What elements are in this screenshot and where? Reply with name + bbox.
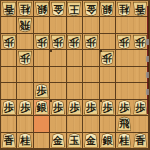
- piece-gote-pawn[interactable]: 歩: [67, 34, 81, 49]
- cell-2h[interactable]: 飛: [116, 116, 132, 132]
- cell-9b[interactable]: [1, 17, 17, 33]
- piece-kanji: 金: [85, 2, 98, 16]
- piece-sente-pawn[interactable]: 歩: [2, 100, 16, 115]
- piece-sente-lance[interactable]: 香: [2, 133, 16, 148]
- cell-5f[interactable]: [67, 83, 83, 99]
- piece-sente-pawn[interactable]: 歩: [51, 100, 65, 115]
- shogi-board: 香桂銀金王金銀桂香飛歩歩歩歩歩歩歩歩歩歩歩歩銀歩歩歩歩歩歩飛香桂金玉金銀桂香: [0, 0, 150, 150]
- cell-8g[interactable]: 歩: [17, 100, 33, 116]
- cell-3f[interactable]: [100, 83, 116, 99]
- cell-6d[interactable]: [50, 50, 66, 66]
- cell-7c[interactable]: 歩: [34, 34, 50, 50]
- cell-6f[interactable]: [50, 83, 66, 99]
- piece-gote-king[interactable]: 王: [67, 1, 81, 16]
- piece-gote-pawn[interactable]: 歩: [2, 34, 16, 49]
- cell-5b[interactable]: [67, 17, 83, 33]
- rank-coordinate-fragment: [146, 72, 149, 78]
- cell-6a[interactable]: 金: [50, 1, 66, 17]
- cell-6c[interactable]: 歩: [50, 34, 66, 50]
- cell-6g[interactable]: 歩: [50, 100, 66, 116]
- cell-5i[interactable]: 玉: [67, 133, 83, 149]
- cell-4h[interactable]: [83, 116, 99, 132]
- piece-kanji: 桂: [118, 133, 131, 147]
- piece-kanji: 歩: [68, 35, 81, 49]
- piece-kanji: 香: [2, 133, 15, 147]
- piece-kanji: 歩: [85, 35, 98, 49]
- cell-1i[interactable]: 香: [133, 133, 149, 149]
- cell-6h[interactable]: [50, 116, 66, 132]
- rank-coordinate-fragment: [146, 89, 149, 95]
- piece-gote-pawn[interactable]: 歩: [35, 34, 49, 49]
- piece-kanji: 香: [2, 2, 15, 16]
- cell-2a[interactable]: 桂: [116, 1, 132, 17]
- piece-kanji: 銀: [35, 101, 48, 115]
- cell-3a[interactable]: 銀: [100, 1, 116, 17]
- piece-kanji: 歩: [68, 101, 81, 115]
- piece-kanji: 歩: [118, 35, 131, 49]
- cell-3g[interactable]: 歩: [100, 100, 116, 116]
- cell-3b[interactable]: [100, 17, 116, 33]
- cell-8c[interactable]: [17, 34, 33, 50]
- cell-9h[interactable]: [1, 116, 17, 132]
- rank-coordinate-fragment: [146, 39, 149, 45]
- piece-gote-pawn[interactable]: 歩: [18, 51, 32, 66]
- cell-2e[interactable]: [116, 67, 132, 83]
- piece-kanji: 歩: [52, 35, 65, 49]
- piece-kanji: 金: [85, 133, 98, 147]
- cell-9c[interactable]: 歩: [1, 34, 17, 50]
- rank-coordinate-fragment: [146, 56, 149, 62]
- cell-4c[interactable]: 歩: [83, 34, 99, 50]
- cell-2c[interactable]: 歩: [116, 34, 132, 50]
- piece-sente-pawn[interactable]: 歩: [35, 83, 49, 98]
- cell-4d[interactable]: [83, 50, 99, 66]
- cell-2f[interactable]: [116, 83, 132, 99]
- piece-kanji: 歩: [2, 101, 15, 115]
- piece-sente-gold[interactable]: 金: [51, 133, 65, 148]
- piece-kanji: 歩: [52, 101, 65, 115]
- piece-sente-knight[interactable]: 桂: [117, 133, 131, 148]
- piece-gote-gold[interactable]: 金: [84, 1, 98, 16]
- piece-sente-pawn[interactable]: 歩: [84, 100, 98, 115]
- piece-kanji: 銀: [101, 2, 114, 16]
- piece-sente-pawn[interactable]: 歩: [117, 100, 131, 115]
- piece-kanji: 歩: [2, 35, 15, 49]
- cell-5g[interactable]: 歩: [67, 100, 83, 116]
- cell-6b[interactable]: [50, 17, 66, 33]
- cell-7a[interactable]: 銀: [34, 1, 50, 17]
- cell-3e[interactable]: [100, 67, 116, 83]
- cell-7i[interactable]: [34, 133, 50, 149]
- piece-kanji: 歩: [101, 51, 114, 65]
- piece-gote-knight[interactable]: 桂: [18, 1, 32, 16]
- piece-kanji: 玉: [68, 133, 81, 147]
- cell-2i[interactable]: 桂: [116, 133, 132, 149]
- cell-9a[interactable]: 香: [1, 1, 17, 17]
- piece-kanji: 香: [134, 133, 147, 147]
- cell-1h[interactable]: [133, 116, 149, 132]
- piece-gote-lance[interactable]: 香: [2, 1, 16, 16]
- piece-kanji: 歩: [19, 101, 32, 115]
- cell-6i[interactable]: 金: [50, 133, 66, 149]
- cell-9d[interactable]: [1, 50, 17, 66]
- piece-sente-pawn[interactable]: 歩: [100, 100, 114, 115]
- cell-7g[interactable]: 銀: [34, 100, 50, 116]
- cell-2b[interactable]: [116, 17, 132, 33]
- piece-kanji: 歩: [101, 101, 114, 115]
- cell-1a[interactable]: 香: [133, 1, 149, 17]
- cell-4g[interactable]: 歩: [83, 100, 99, 116]
- cell-5d[interactable]: [67, 50, 83, 66]
- cell-5c[interactable]: 歩: [67, 34, 83, 50]
- cell-8d[interactable]: 歩: [17, 50, 33, 66]
- cell-4f[interactable]: [83, 83, 99, 99]
- cell-5h[interactable]: [67, 116, 83, 132]
- piece-sente-pawn[interactable]: 歩: [18, 100, 32, 115]
- piece-gote-knight[interactable]: 桂: [117, 1, 131, 16]
- piece-sente-silver[interactable]: 銀: [100, 133, 114, 148]
- piece-sente-pawn[interactable]: 歩: [67, 100, 81, 115]
- piece-kanji: 王: [68, 2, 81, 16]
- piece-kanji: 歩: [85, 101, 98, 115]
- piece-gote-pawn[interactable]: 歩: [117, 34, 131, 49]
- cell-4a[interactable]: 金: [83, 1, 99, 17]
- cell-6e[interactable]: [50, 67, 66, 83]
- cell-8e[interactable]: [17, 67, 33, 83]
- piece-kanji: 香: [134, 2, 147, 16]
- cell-5e[interactable]: [67, 67, 83, 83]
- cell-4b[interactable]: [83, 17, 99, 33]
- piece-kanji: 歩: [118, 101, 131, 115]
- piece-kanji: 銀: [101, 133, 114, 147]
- cell-1b[interactable]: [133, 17, 149, 33]
- cell-2d[interactable]: [116, 50, 132, 66]
- piece-sente-lance[interactable]: 香: [133, 133, 147, 148]
- piece-gote-silver[interactable]: 銀: [35, 1, 49, 16]
- cell-3h[interactable]: [100, 116, 116, 132]
- piece-sente-pawn[interactable]: 歩: [133, 100, 147, 115]
- cell-7h[interactable]: [34, 116, 50, 132]
- piece-kanji: 歩: [134, 101, 147, 115]
- cell-4e[interactable]: [83, 67, 99, 83]
- piece-kanji: 歩: [35, 84, 48, 98]
- piece-gote-silver[interactable]: 銀: [100, 1, 114, 16]
- cell-9f[interactable]: [1, 83, 17, 99]
- cell-9e[interactable]: [1, 67, 17, 83]
- piece-kanji: 歩: [35, 35, 48, 49]
- cell-8h[interactable]: [17, 116, 33, 132]
- piece-gote-pawn[interactable]: 歩: [100, 51, 114, 66]
- piece-kanji: 歩: [19, 51, 32, 65]
- piece-sente-knight[interactable]: 桂: [18, 133, 32, 148]
- piece-gote-gold[interactable]: 金: [51, 1, 65, 16]
- piece-sente-king[interactable]: 玉: [67, 133, 81, 148]
- piece-gote-pawn[interactable]: 歩: [51, 34, 65, 49]
- cell-8f[interactable]: [17, 83, 33, 99]
- piece-kanji: 飛: [118, 117, 131, 131]
- piece-sente-rook[interactable]: 飛: [117, 116, 131, 131]
- piece-kanji: 桂: [19, 2, 32, 16]
- piece-kanji: 飛: [19, 18, 32, 32]
- cell-7b[interactable]: [34, 17, 50, 33]
- cell-9i[interactable]: 香: [1, 133, 17, 149]
- cell-2g[interactable]: 歩: [116, 100, 132, 116]
- piece-kanji: 金: [52, 133, 65, 147]
- piece-gote-rook[interactable]: 飛: [18, 18, 32, 33]
- cell-8a[interactable]: 桂: [17, 1, 33, 17]
- cell-5a[interactable]: 王: [67, 1, 83, 17]
- piece-kanji: 金: [52, 2, 65, 16]
- cell-1g[interactable]: 歩: [133, 100, 149, 116]
- piece-kanji: 桂: [118, 2, 131, 16]
- cell-4i[interactable]: 金: [83, 133, 99, 149]
- piece-gote-pawn[interactable]: 歩: [84, 34, 98, 49]
- cell-7f[interactable]: 歩: [34, 83, 50, 99]
- cell-9g[interactable]: 歩: [1, 100, 17, 116]
- cell-7e[interactable]: [34, 67, 50, 83]
- piece-gote-lance[interactable]: 香: [133, 1, 147, 16]
- cell-7d[interactable]: [34, 50, 50, 66]
- piece-sente-silver[interactable]: 銀: [35, 100, 49, 115]
- piece-sente-gold[interactable]: 金: [84, 133, 98, 148]
- cell-8i[interactable]: 桂: [17, 133, 33, 149]
- piece-kanji: 桂: [19, 133, 32, 147]
- cell-3i[interactable]: 銀: [100, 133, 116, 149]
- cell-8b[interactable]: 飛: [17, 17, 33, 33]
- piece-kanji: 銀: [35, 2, 48, 16]
- cell-3d[interactable]: 歩: [100, 50, 116, 66]
- piece-kanji: 歩: [134, 35, 147, 49]
- cell-3c[interactable]: [100, 34, 116, 50]
